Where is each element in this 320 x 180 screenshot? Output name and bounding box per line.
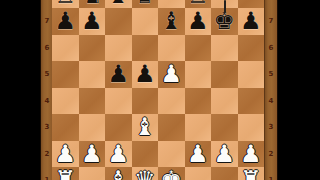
- square-g2[interactable]: ♟: [211, 141, 238, 168]
- piece-black-pawn[interactable]: ♟: [134, 61, 156, 88]
- square-d2[interactable]: [132, 141, 159, 168]
- square-c8[interactable]: ♝: [105, 0, 132, 8]
- square-a5[interactable]: [52, 61, 79, 88]
- piece-black-pawn[interactable]: ♟: [54, 8, 76, 35]
- chess-board: ♜♞♝♛♜♟♟♝♟♚♟♟♟♟♝♟♟♟♟♟♟♜♝♛♚♜: [52, 0, 264, 180]
- square-d1[interactable]: ♛: [132, 167, 159, 180]
- square-h8[interactable]: [238, 0, 265, 8]
- piece-black-rook[interactable]: ♜: [54, 0, 76, 8]
- board-frame-right: 87654321: [264, 0, 278, 180]
- square-e6[interactable]: [158, 35, 185, 62]
- chess-diagram: 87654321 87654321 ♜♞♝♛♜♟♟♝♟♚♟♟♟♟♝♟♟♟♟♟♟♜…: [0, 0, 320, 180]
- square-c2[interactable]: ♟: [105, 141, 132, 168]
- square-f7[interactable]: ♟: [185, 8, 212, 35]
- square-d6[interactable]: [132, 35, 159, 62]
- piece-black-pawn[interactable]: ♟: [187, 8, 209, 35]
- rank-label-5-right: 5: [265, 70, 277, 78]
- square-d7[interactable]: [132, 8, 159, 35]
- square-g6[interactable]: [211, 35, 238, 62]
- g8-annotation-line: [224, 0, 226, 13]
- square-b7[interactable]: ♟: [79, 8, 106, 35]
- piece-white-pawn[interactable]: ♟: [187, 141, 209, 168]
- square-b6[interactable]: [79, 35, 106, 62]
- square-d4[interactable]: [132, 88, 159, 115]
- rank-label-3-right: 3: [265, 123, 277, 131]
- square-c4[interactable]: [105, 88, 132, 115]
- square-c7[interactable]: [105, 8, 132, 35]
- piece-white-king[interactable]: ♚: [160, 167, 182, 180]
- square-a2[interactable]: ♟: [52, 141, 79, 168]
- rank-label-2-right: 2: [265, 150, 277, 158]
- square-a1[interactable]: ♜: [52, 167, 79, 180]
- square-a8[interactable]: ♜: [52, 0, 79, 8]
- square-c3[interactable]: [105, 114, 132, 141]
- square-h1[interactable]: ♜: [238, 167, 265, 180]
- square-h6[interactable]: [238, 35, 265, 62]
- rank-label-6-right: 6: [265, 44, 277, 52]
- square-e3[interactable]: [158, 114, 185, 141]
- square-e1[interactable]: ♚: [158, 167, 185, 180]
- square-c5[interactable]: ♟: [105, 61, 132, 88]
- piece-white-pawn[interactable]: ♟: [213, 141, 235, 168]
- piece-black-queen[interactable]: ♛: [134, 0, 156, 8]
- square-f1[interactable]: [185, 167, 212, 180]
- square-g4[interactable]: [211, 88, 238, 115]
- square-e8[interactable]: [158, 0, 185, 8]
- square-d5[interactable]: ♟: [132, 61, 159, 88]
- rank-label-4-right: 4: [265, 97, 277, 105]
- piece-white-queen[interactable]: ♛: [134, 167, 156, 180]
- piece-black-rook[interactable]: ♜: [187, 0, 209, 8]
- square-e5[interactable]: ♟: [158, 61, 185, 88]
- piece-white-rook[interactable]: ♜: [54, 167, 76, 180]
- square-b4[interactable]: [79, 88, 106, 115]
- square-h5[interactable]: [238, 61, 265, 88]
- piece-white-bishop[interactable]: ♝: [134, 114, 156, 141]
- square-b3[interactable]: [79, 114, 106, 141]
- square-f8[interactable]: ♜: [185, 0, 212, 8]
- square-b1[interactable]: [79, 167, 106, 180]
- square-a7[interactable]: ♟: [52, 8, 79, 35]
- square-b5[interactable]: [79, 61, 106, 88]
- square-g5[interactable]: [211, 61, 238, 88]
- square-d8[interactable]: ♛: [132, 0, 159, 8]
- square-f5[interactable]: [185, 61, 212, 88]
- rank-label-7-right: 7: [265, 17, 277, 25]
- square-h4[interactable]: [238, 88, 265, 115]
- piece-black-pawn[interactable]: ♟: [81, 8, 103, 35]
- square-g1[interactable]: [211, 167, 238, 180]
- square-b8[interactable]: ♞: [79, 0, 106, 8]
- square-c6[interactable]: [105, 35, 132, 62]
- piece-white-pawn[interactable]: ♟: [54, 141, 76, 168]
- piece-black-knight[interactable]: ♞: [81, 0, 103, 8]
- piece-white-pawn[interactable]: ♟: [240, 141, 262, 168]
- square-e7[interactable]: ♝: [158, 8, 185, 35]
- piece-white-pawn[interactable]: ♟: [107, 141, 129, 168]
- square-e2[interactable]: [158, 141, 185, 168]
- square-c1[interactable]: ♝: [105, 167, 132, 180]
- square-b2[interactable]: ♟: [79, 141, 106, 168]
- piece-black-bishop[interactable]: ♝: [160, 8, 182, 35]
- piece-white-pawn[interactable]: ♟: [81, 141, 103, 168]
- square-a6[interactable]: [52, 35, 79, 62]
- piece-black-bishop[interactable]: ♝: [107, 0, 129, 8]
- square-h7[interactable]: ♟: [238, 8, 265, 35]
- square-f2[interactable]: ♟: [185, 141, 212, 168]
- square-d3[interactable]: ♝: [132, 114, 159, 141]
- square-f3[interactable]: [185, 114, 212, 141]
- square-a3[interactable]: [52, 114, 79, 141]
- piece-black-pawn[interactable]: ♟: [107, 61, 129, 88]
- square-f4[interactable]: [185, 88, 212, 115]
- square-g3[interactable]: [211, 114, 238, 141]
- piece-white-pawn[interactable]: ♟: [160, 61, 182, 88]
- piece-black-pawn[interactable]: ♟: [240, 8, 262, 35]
- square-h3[interactable]: [238, 114, 265, 141]
- square-f6[interactable]: [185, 35, 212, 62]
- square-a4[interactable]: [52, 88, 79, 115]
- piece-white-bishop[interactable]: ♝: [107, 167, 129, 180]
- square-e4[interactable]: [158, 88, 185, 115]
- square-h2[interactable]: ♟: [238, 141, 265, 168]
- piece-white-rook[interactable]: ♜: [240, 167, 262, 180]
- rank-label-1-right: 1: [265, 176, 277, 180]
